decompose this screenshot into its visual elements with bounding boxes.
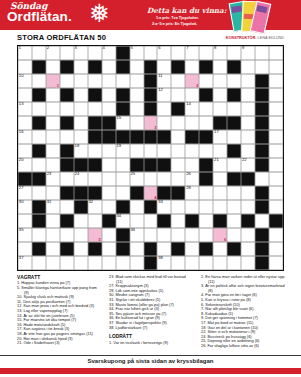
black-cell xyxy=(74,200,88,214)
letter-cell[interactable] xyxy=(60,74,74,88)
letter-cell[interactable] xyxy=(241,116,255,130)
letter-cell[interactable] xyxy=(241,242,255,256)
letter-cell[interactable] xyxy=(227,200,241,214)
letter-cell[interactable] xyxy=(199,214,213,228)
clue-number: 37 xyxy=(19,256,24,260)
letter-cell[interactable] xyxy=(102,158,116,172)
letter-cell[interactable] xyxy=(227,130,241,144)
black-cell xyxy=(60,186,74,200)
letter-cell[interactable] xyxy=(213,242,227,256)
letter-cell[interactable] xyxy=(74,74,88,88)
black-cell xyxy=(116,242,130,256)
letter-cell[interactable] xyxy=(60,200,74,214)
letter-cell[interactable] xyxy=(102,102,116,116)
letter-cell[interactable]: 37 xyxy=(18,256,32,270)
clue-number: 13 xyxy=(19,102,24,106)
letter-cell[interactable] xyxy=(185,144,199,158)
clue: 26. Får olagliga luffare sitta av (6) xyxy=(201,344,285,349)
letter-cell[interactable] xyxy=(102,144,116,158)
letter-cell[interactable] xyxy=(241,130,255,144)
letter-cell[interactable] xyxy=(227,256,241,270)
letter-cell[interactable] xyxy=(88,74,102,88)
letter-cell[interactable] xyxy=(171,116,185,130)
letter-cell[interactable]: 32 xyxy=(88,200,102,214)
letter-cell[interactable] xyxy=(269,228,283,242)
clue-number: 26 xyxy=(186,172,191,176)
letter-cell[interactable] xyxy=(18,144,32,158)
letter-cell[interactable] xyxy=(102,228,116,242)
clue-number: 31 xyxy=(47,200,52,204)
letter-cell[interactable] xyxy=(130,88,144,102)
letter-cell[interactable] xyxy=(102,256,116,270)
letter-cell[interactable] xyxy=(130,214,144,228)
clue-number: 6 xyxy=(158,46,160,50)
letter-cell[interactable] xyxy=(157,242,171,256)
letter-cell[interactable] xyxy=(130,256,144,270)
letter-cell[interactable] xyxy=(88,256,102,270)
letter-cell[interactable] xyxy=(130,116,144,130)
letter-cell[interactable] xyxy=(241,186,255,200)
black-cell xyxy=(157,214,171,228)
letter-cell[interactable]: 26 xyxy=(185,172,199,186)
black-cell xyxy=(227,116,241,130)
black-cell xyxy=(102,130,116,144)
black-cell xyxy=(255,88,269,102)
letter-cell[interactable] xyxy=(102,60,116,74)
black-cell xyxy=(32,242,46,256)
letter-cell[interactable] xyxy=(60,102,74,116)
black-cell xyxy=(269,214,283,228)
keyword-cell[interactable]: 2 xyxy=(185,74,199,88)
prize-line-1: 1:a pris: Två Tjugolotter. xyxy=(156,16,199,20)
letter-cell[interactable] xyxy=(213,200,227,214)
letter-cell[interactable] xyxy=(255,172,269,186)
letter-cell[interactable] xyxy=(60,256,74,270)
letter-cell[interactable] xyxy=(241,228,255,242)
letter-cell[interactable] xyxy=(74,60,88,74)
black-cell xyxy=(171,242,185,256)
letter-cell[interactable] xyxy=(60,130,74,144)
black-cell xyxy=(255,144,269,158)
letter-cell[interactable] xyxy=(102,74,116,88)
letter-cell[interactable] xyxy=(171,158,185,172)
black-cell xyxy=(227,144,241,158)
black-cell xyxy=(144,242,158,256)
black-cell xyxy=(255,186,269,200)
letter-cell[interactable] xyxy=(199,228,213,242)
letter-cell[interactable] xyxy=(199,200,213,214)
letter-cell[interactable] xyxy=(171,74,185,88)
letter-cell[interactable] xyxy=(46,158,60,172)
letter-cell[interactable] xyxy=(199,116,213,130)
black-cell xyxy=(199,130,213,144)
letter-cell[interactable] xyxy=(157,228,171,242)
letter-cell[interactable] xyxy=(185,88,199,102)
letter-cell[interactable] xyxy=(269,144,283,158)
letter-cell[interactable] xyxy=(255,46,269,60)
letter-cell[interactable]: 28 xyxy=(185,186,199,200)
black-cell xyxy=(171,60,185,74)
black-cell xyxy=(227,88,241,102)
letter-cell[interactable] xyxy=(157,116,171,130)
letter-cell[interactable] xyxy=(46,214,60,228)
letter-cell[interactable] xyxy=(32,102,46,116)
letter-cell[interactable]: 23 xyxy=(46,172,60,186)
clue-number: 11 xyxy=(158,74,162,78)
black-cell xyxy=(255,102,269,116)
letter-cell[interactable] xyxy=(18,88,32,102)
letter-cell[interactable] xyxy=(144,46,158,60)
letter-cell[interactable] xyxy=(74,214,88,228)
black-cell xyxy=(255,256,269,270)
keyword-cell[interactable]: 5 xyxy=(88,228,102,242)
letter-cell[interactable] xyxy=(185,116,199,130)
letter-cell[interactable] xyxy=(171,256,185,270)
masthead: Söndag Ordflätan. ❅ Detta kan du vinna: … xyxy=(0,0,301,30)
letter-cell[interactable] xyxy=(46,144,60,158)
letter-cell[interactable]: 6 xyxy=(157,46,171,60)
letter-cell[interactable] xyxy=(269,200,283,214)
letter-cell[interactable] xyxy=(255,60,269,74)
letter-cell[interactable]: 9 xyxy=(241,46,255,60)
letter-cell[interactable]: 1 xyxy=(18,46,32,60)
clue-number: 30 xyxy=(19,200,24,204)
letter-cell[interactable] xyxy=(241,74,255,88)
letter-cell[interactable] xyxy=(130,144,144,158)
letter-cell[interactable] xyxy=(46,256,60,270)
letter-cell[interactable]: 13 xyxy=(18,102,32,116)
letter-cell[interactable] xyxy=(269,74,283,88)
black-cell xyxy=(32,88,46,102)
letter-cell[interactable] xyxy=(74,228,88,242)
clue-number: 14 xyxy=(186,102,191,106)
letter-cell[interactable] xyxy=(116,186,130,200)
letter-cell[interactable] xyxy=(46,88,60,102)
letter-cell[interactable] xyxy=(60,172,74,186)
letter-cell[interactable] xyxy=(269,172,283,186)
black-cell xyxy=(74,186,88,200)
letter-cell[interactable] xyxy=(171,172,185,186)
letter-cell[interactable] xyxy=(269,158,283,172)
clue-number: 2 xyxy=(47,46,49,50)
clue-number: 17 xyxy=(214,130,219,134)
letter-cell[interactable] xyxy=(116,172,130,186)
letter-cell[interactable]: 3 xyxy=(74,46,88,60)
black-cell xyxy=(88,186,102,200)
keyword-cell[interactable]: 4 xyxy=(144,186,158,200)
letter-cell[interactable] xyxy=(157,172,171,186)
letter-cell[interactable] xyxy=(102,172,116,186)
letter-cell[interactable] xyxy=(185,158,199,172)
black-cell xyxy=(116,46,130,60)
letter-cell[interactable] xyxy=(18,60,32,74)
letter-cell[interactable] xyxy=(199,102,213,116)
black-cell xyxy=(88,158,102,172)
clue-number: 34 xyxy=(116,214,121,218)
letter-cell[interactable]: 30 xyxy=(18,200,32,214)
black-cell xyxy=(199,242,213,256)
letter-cell[interactable]: 16 xyxy=(18,130,32,144)
letter-cell[interactable] xyxy=(102,88,116,102)
ticket-stripe xyxy=(231,5,242,13)
black-cell xyxy=(32,214,46,228)
letter-cell[interactable] xyxy=(102,242,116,256)
letter-cell[interactable] xyxy=(241,144,255,158)
letter-cell[interactable] xyxy=(46,242,60,256)
clue-number: 33 xyxy=(158,200,163,204)
black-cell xyxy=(116,130,130,144)
letter-cell[interactable] xyxy=(130,200,144,214)
letter-cell[interactable]: 5 xyxy=(130,46,144,60)
letter-cell[interactable] xyxy=(116,74,130,88)
letter-cell[interactable] xyxy=(213,172,227,186)
letter-cell[interactable] xyxy=(255,214,269,228)
clue-number: 22 xyxy=(242,158,247,162)
letter-cell[interactable] xyxy=(185,60,199,74)
black-cell xyxy=(199,60,213,74)
clue-number: 12 xyxy=(158,88,163,92)
keyword-cell[interactable]: 3 xyxy=(144,116,158,130)
letter-cell[interactable]: 11 xyxy=(157,74,171,88)
letter-cell[interactable] xyxy=(269,60,283,74)
black-cell xyxy=(255,74,269,88)
letter-cell[interactable] xyxy=(213,88,227,102)
letter-cell[interactable]: 21 xyxy=(213,158,227,172)
letter-cell[interactable] xyxy=(185,256,199,270)
black-cell xyxy=(32,116,46,130)
letter-cell[interactable] xyxy=(199,256,213,270)
letter-cell[interactable] xyxy=(199,144,213,158)
letter-cell[interactable] xyxy=(269,186,283,200)
letter-cell[interactable] xyxy=(227,74,241,88)
clue-number: 32 xyxy=(89,200,94,204)
letter-cell[interactable] xyxy=(144,228,158,242)
letter-cell[interactable]: 14 xyxy=(185,102,199,116)
letter-cell[interactable]: 36 xyxy=(130,228,144,242)
letter-cell[interactable] xyxy=(116,256,130,270)
letter-cell[interactable] xyxy=(213,144,227,158)
letter-cell[interactable] xyxy=(130,60,144,74)
letter-cell[interactable] xyxy=(185,242,199,256)
letter-cell[interactable]: 10 xyxy=(18,74,32,88)
letter-cell[interactable]: 35 xyxy=(18,228,32,242)
black-cell xyxy=(144,60,158,74)
black-cell xyxy=(199,172,213,186)
letter-cell[interactable] xyxy=(130,102,144,116)
letter-cell[interactable]: 18 xyxy=(74,144,88,158)
letter-cell[interactable] xyxy=(171,46,185,60)
clue-number: 1 xyxy=(19,46,21,50)
letter-cell[interactable] xyxy=(171,144,185,158)
letter-cell[interactable]: 27 xyxy=(18,186,32,200)
letter-cell[interactable] xyxy=(18,116,32,130)
black-cell xyxy=(88,130,102,144)
black-cell xyxy=(116,228,130,242)
letter-cell[interactable] xyxy=(269,102,283,116)
down-heading: LODRÄTT xyxy=(109,334,193,339)
clue: 21. Öde i Söderhavet (3) xyxy=(17,341,101,346)
black-cell xyxy=(116,102,130,116)
letter-cell[interactable] xyxy=(144,214,158,228)
letter-cell[interactable] xyxy=(102,186,116,200)
letter-cell[interactable] xyxy=(88,214,102,228)
letter-cell[interactable] xyxy=(227,46,241,60)
letter-cell[interactable]: 19 xyxy=(116,144,130,158)
black-cell xyxy=(60,158,74,172)
black-cell xyxy=(171,186,185,200)
black-cell xyxy=(227,172,241,186)
letter-cell[interactable] xyxy=(269,242,283,256)
black-cell xyxy=(88,242,102,256)
letter-cell[interactable] xyxy=(74,130,88,144)
letter-cell[interactable] xyxy=(32,228,46,242)
letter-cell[interactable] xyxy=(74,102,88,116)
letter-cell[interactable] xyxy=(32,186,46,200)
clue-number: 38 xyxy=(158,256,163,260)
black-cell xyxy=(60,214,74,228)
letter-cell[interactable] xyxy=(88,172,102,186)
letter-cell[interactable] xyxy=(199,186,213,200)
letter-cell[interactable]: 8 xyxy=(213,46,227,60)
letter-cell[interactable] xyxy=(46,102,60,116)
letter-cell[interactable] xyxy=(227,228,241,242)
letter-cell[interactable]: 15 xyxy=(116,116,130,130)
letter-cell[interactable] xyxy=(18,242,32,256)
logo-ordflatan: Ordflätan. xyxy=(7,9,72,24)
letter-cell[interactable]: 20 xyxy=(18,158,32,172)
letter-cell[interactable]: 31 xyxy=(46,200,60,214)
letter-cell[interactable] xyxy=(32,130,46,144)
clue-number: 4 xyxy=(102,46,104,50)
clue-number: 8 xyxy=(214,46,216,50)
letter-cell[interactable] xyxy=(269,88,283,102)
black-cell xyxy=(116,200,130,214)
letter-cell[interactable] xyxy=(32,256,46,270)
letter-cell[interactable] xyxy=(227,158,241,172)
letter-cell[interactable] xyxy=(130,242,144,256)
letter-cell[interactable] xyxy=(269,116,283,130)
letter-cell[interactable] xyxy=(171,88,185,102)
black-cell xyxy=(227,60,241,74)
letter-cell[interactable]: 7 xyxy=(185,46,199,60)
letter-cell[interactable] xyxy=(199,46,213,60)
letter-cell[interactable] xyxy=(74,116,88,130)
black-cell xyxy=(116,60,130,74)
letter-cell[interactable] xyxy=(46,228,60,242)
letter-cell[interactable]: 25 xyxy=(130,172,144,186)
letter-cell[interactable] xyxy=(46,130,60,144)
letter-cell[interactable] xyxy=(88,144,102,158)
letter-cell[interactable]: 22 xyxy=(241,158,255,172)
letter-cell[interactable]: 34 xyxy=(116,214,130,228)
letter-cell[interactable] xyxy=(18,214,32,228)
black-cell xyxy=(144,130,158,144)
black-cell xyxy=(130,186,144,200)
letter-cell[interactable] xyxy=(241,60,255,74)
letter-cell[interactable] xyxy=(60,228,74,242)
letter-cell[interactable] xyxy=(185,228,199,242)
black-cell xyxy=(32,172,46,186)
black-cell xyxy=(171,102,185,116)
letter-cell[interactable] xyxy=(32,74,46,88)
letter-cell[interactable]: 2 xyxy=(46,46,60,60)
letter-cell[interactable] xyxy=(269,130,283,144)
letter-cell[interactable] xyxy=(46,186,60,200)
black-cell xyxy=(32,200,46,214)
letter-cell[interactable] xyxy=(102,200,116,214)
letter-cell[interactable] xyxy=(130,74,144,88)
clue-number: 3 xyxy=(75,46,77,50)
letter-cell[interactable] xyxy=(144,172,158,186)
letter-cell[interactable]: 17 xyxy=(213,130,227,144)
letter-cell[interactable]: 33 xyxy=(157,200,171,214)
letter-cell[interactable] xyxy=(241,88,255,102)
letter-cell[interactable] xyxy=(88,102,102,116)
keyword-cell[interactable]: 1 xyxy=(46,74,60,88)
keyword-cell[interactable]: 6 xyxy=(213,228,227,242)
letter-cell[interactable] xyxy=(74,242,88,256)
letter-cell[interactable] xyxy=(227,214,241,228)
letter-cell[interactable] xyxy=(32,46,46,60)
letter-cell[interactable] xyxy=(199,74,213,88)
letter-cell[interactable]: 38 xyxy=(157,256,171,270)
letter-cell[interactable] xyxy=(46,60,60,74)
letter-cell[interactable] xyxy=(171,130,185,144)
letter-cell[interactable] xyxy=(157,60,171,74)
black-cell xyxy=(88,60,102,74)
black-cell xyxy=(255,228,269,242)
letter-cell[interactable] xyxy=(213,60,227,74)
crossword-grid[interactable]: 1234567891011121213141531617181920212223… xyxy=(17,45,284,271)
black-cell xyxy=(185,214,199,228)
letter-cell[interactable] xyxy=(241,200,255,214)
letter-cell[interactable]: 24 xyxy=(74,172,88,186)
letter-cell[interactable] xyxy=(74,88,88,102)
letter-cell[interactable] xyxy=(171,200,185,214)
letter-cell[interactable] xyxy=(269,256,283,270)
black-cell xyxy=(213,214,227,228)
prize-line-2: 2:a–5:e pris: En Tjugolott. xyxy=(152,22,197,26)
letter-cell[interactable] xyxy=(185,200,199,214)
letter-cell[interactable] xyxy=(213,102,227,116)
letter-cell[interactable] xyxy=(116,158,130,172)
letter-cell[interactable] xyxy=(171,214,185,228)
letter-cell[interactable] xyxy=(241,256,255,270)
clue-number: 28 xyxy=(186,186,191,190)
letter-cell[interactable] xyxy=(269,46,283,60)
letter-cell[interactable] xyxy=(60,46,74,60)
letter-cell[interactable]: 12 xyxy=(157,88,171,102)
letter-cell[interactable] xyxy=(144,144,158,158)
letter-cell[interactable] xyxy=(213,74,227,88)
letter-cell[interactable] xyxy=(213,256,227,270)
letter-cell[interactable]: 4 xyxy=(102,46,116,60)
letter-cell[interactable] xyxy=(88,46,102,60)
letter-cell[interactable] xyxy=(46,116,60,130)
letter-cell[interactable] xyxy=(227,102,241,116)
letter-cell[interactable] xyxy=(213,186,227,200)
black-cell xyxy=(157,130,171,144)
letter-cell[interactable] xyxy=(157,144,171,158)
letter-cell[interactable] xyxy=(157,102,171,116)
letter-cell[interactable] xyxy=(241,102,255,116)
black-cell xyxy=(144,200,158,214)
letter-cell[interactable] xyxy=(227,186,241,200)
clue-number: 9 xyxy=(242,46,244,50)
letter-cell[interactable] xyxy=(74,256,88,270)
letter-cell[interactable] xyxy=(171,228,185,242)
letter-cell[interactable] xyxy=(32,158,46,172)
